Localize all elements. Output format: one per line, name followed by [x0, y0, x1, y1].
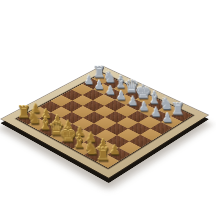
- chess-set-photo: ♜♞♝♛♚♝♞♜♟♟♟♟♟♟♟♟♟♟♟♟♟♟♟♟♜♞♝♛♚♝♞♜: [0, 0, 216, 216]
- piece-gold-pawn: ♟: [74, 125, 85, 137]
- board-scene: ♜♞♝♛♚♝♞♜♟♟♟♟♟♟♟♟♟♟♟♟♟♟♟♟♜♞♝♛♚♝♞♜: [0, 0, 216, 216]
- square-a2[interactable]: ♟: [29, 107, 51, 119]
- piece-gold-pawn: ♟: [30, 102, 41, 114]
- chess-board: ♜♞♝♛♚♝♞♜♟♟♟♟♟♟♟♟♟♟♟♟♟♟♟♟♜♞♝♛♚♝♞♜: [1, 66, 207, 178]
- piece-silver-pawn: ♟: [84, 74, 94, 85]
- piece-silver-rook: ♜: [93, 65, 107, 80]
- board-frame: ♜♞♝♛♚♝♞♜♟♟♟♟♟♟♟♟♟♟♟♟♟♟♟♟♜♞♝♛♚♝♞♜: [1, 66, 207, 178]
- piece-gold-rook: ♜: [17, 104, 31, 120]
